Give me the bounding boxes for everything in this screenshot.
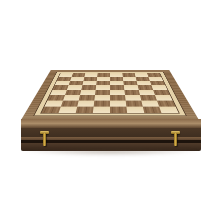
case-rolled-edge xyxy=(21,119,201,128)
brass-clasp-right[interactable] xyxy=(171,131,180,147)
product-photo-scene xyxy=(0,0,220,220)
drop-shadow xyxy=(25,150,197,156)
clasp-hook-icon xyxy=(174,133,177,146)
brass-clasp-left[interactable] xyxy=(40,131,49,147)
square-c1[interactable] xyxy=(76,107,94,114)
clasp-hook-icon xyxy=(43,133,46,146)
square-e1[interactable] xyxy=(110,107,127,114)
chess-board-top xyxy=(21,70,199,120)
square-d1[interactable] xyxy=(93,107,110,114)
square-b1[interactable] xyxy=(58,107,77,114)
square-h1[interactable] xyxy=(159,107,179,114)
square-f1[interactable] xyxy=(126,107,144,114)
board-squares xyxy=(41,73,178,113)
